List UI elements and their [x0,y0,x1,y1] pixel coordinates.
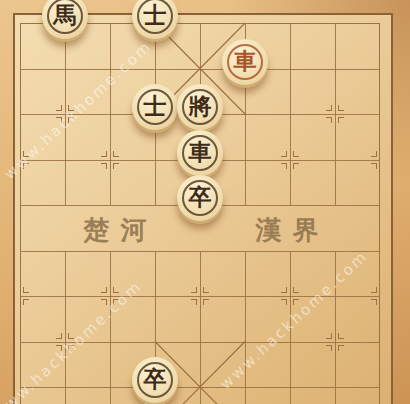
position-marker [281,287,287,293]
piece-glyph: 馬 [42,0,88,39]
river-label-chu-he: 楚河 [79,213,158,248]
position-marker [293,299,299,305]
position-marker [326,345,332,351]
position-marker [23,163,29,169]
grid-vline [110,23,111,205]
position-marker [56,345,62,351]
position-marker [68,105,74,111]
position-marker [338,333,344,339]
piece-black-soldier-e4[interactable]: 卒 [177,175,223,221]
position-marker [371,299,377,305]
position-marker [113,163,119,169]
position-marker [68,117,74,123]
river-label-han-jie: 漢界 [251,213,330,248]
grid-vline [245,251,246,404]
piece-black-soldier-d8[interactable]: 卒 [132,357,178,403]
position-marker [101,151,107,157]
piece-glyph: 車 [177,130,223,176]
position-marker [203,287,209,293]
position-marker [23,151,29,157]
position-marker [293,287,299,293]
position-marker [56,333,62,339]
position-marker [68,345,74,351]
position-marker [68,333,74,339]
grid-vline [65,23,66,205]
position-marker [56,117,62,123]
position-marker [326,117,332,123]
position-marker [371,287,377,293]
piece-black-horse-b0[interactable]: 馬 [42,0,88,39]
piece-black-general-e2[interactable]: 將 [177,84,223,130]
position-marker [338,105,344,111]
position-marker [23,299,29,305]
position-marker [113,151,119,157]
grid-vline [290,23,291,205]
position-marker [56,105,62,111]
position-marker [338,345,344,351]
position-marker [101,299,107,305]
position-marker [191,287,197,293]
piece-glyph: 將 [177,84,223,130]
grid-vline [335,251,336,404]
position-marker [113,299,119,305]
grid-vline [110,251,111,404]
xiangqi-screenshot: 楚河 漢界 馬士車士將車卒卒 www.hackhome.comwww.hackh… [0,0,410,404]
position-marker [281,151,287,157]
position-marker [338,117,344,123]
grid-vline [65,251,66,404]
piece-glyph: 士 [132,84,178,130]
position-marker [281,163,287,169]
position-marker [101,287,107,293]
position-marker [293,163,299,169]
position-marker [203,299,209,305]
position-marker [281,299,287,305]
position-marker [326,105,332,111]
position-marker [23,287,29,293]
position-marker [191,299,197,305]
piece-black-chariot-e3[interactable]: 車 [177,130,223,176]
position-marker [293,151,299,157]
piece-black-advisor-d2[interactable]: 士 [132,84,178,130]
piece-black-advisor-d0[interactable]: 士 [132,0,178,39]
grid-vline [335,23,336,205]
position-marker [113,287,119,293]
position-marker [371,163,377,169]
position-marker [101,163,107,169]
grid-vline [290,251,291,404]
piece-glyph: 車 [222,39,268,85]
position-marker [326,333,332,339]
piece-glyph: 士 [132,0,178,39]
piece-red-chariot-f1[interactable]: 車 [222,39,268,85]
piece-glyph: 卒 [177,175,223,221]
grid-vline [200,251,201,404]
position-marker [371,151,377,157]
piece-glyph: 卒 [132,357,178,403]
